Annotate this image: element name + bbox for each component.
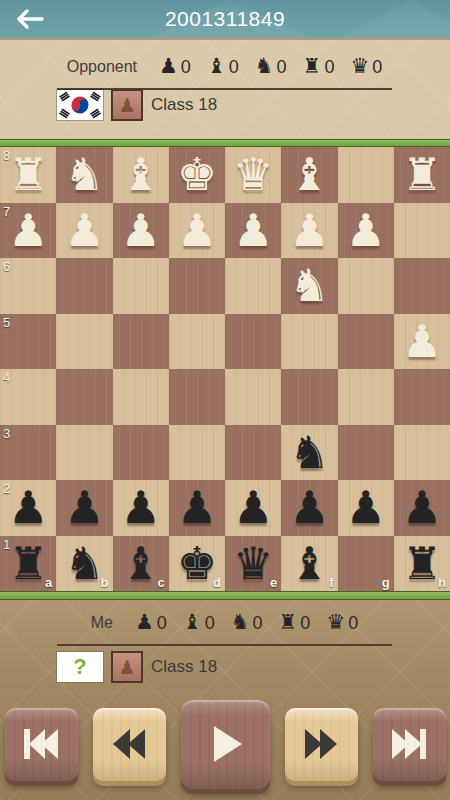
square-f7[interactable]: ♟ <box>281 203 337 259</box>
piece-white-king: ♚ <box>169 147 225 203</box>
rook-icon: ♜ <box>303 56 322 77</box>
chess-board: 8♜♞♝♚♛♝♜7♟♟♟♟♟♟♟6♞5♟43♞2♟♟♟♟♟♟♟♟1a♜b♞c♝d… <box>0 147 450 591</box>
square-h1[interactable]: h♜ <box>394 536 450 592</box>
me-captured-row: Me ♟0♝0♞0♜0♛0 <box>57 602 392 646</box>
square-h3[interactable] <box>394 425 450 481</box>
captured-knight: ♞0 <box>255 56 287 78</box>
captured-count: 0 <box>181 57 191 78</box>
skip-to-end-button[interactable] <box>373 708 446 781</box>
piece-white-bishop: ♝ <box>113 147 169 203</box>
captured-count: 0 <box>372 57 382 78</box>
square-c1[interactable]: c♝ <box>113 536 169 592</box>
captured-count: 0 <box>300 613 310 634</box>
captured-pawn: ♟0 <box>135 612 167 634</box>
square-d7[interactable]: ♟ <box>169 203 225 259</box>
square-b5[interactable] <box>56 314 112 370</box>
piece-white-rook: ♜ <box>0 147 56 203</box>
bishop-icon: ♝ <box>183 612 202 633</box>
square-d4[interactable] <box>169 369 225 425</box>
bishop-icon: ♝ <box>207 56 226 77</box>
piece-white-pawn: ♟ <box>225 203 281 259</box>
skip-to-start-icon <box>20 724 62 764</box>
piece-black-pawn: ♟ <box>281 480 337 536</box>
queen-icon: ♛ <box>350 56 369 77</box>
captured-count: 0 <box>229 57 239 78</box>
square-f2[interactable]: ♟ <box>281 480 337 536</box>
square-g2[interactable]: ♟ <box>338 480 394 536</box>
square-e5[interactable] <box>225 314 281 370</box>
square-c8[interactable]: ♝ <box>113 147 169 203</box>
square-g6[interactable] <box>338 258 394 314</box>
captured-queen: ♛0 <box>350 56 382 78</box>
top-bar: 2001311849 <box>0 0 450 40</box>
square-c6[interactable] <box>113 258 169 314</box>
me-class: Class 18 <box>151 657 217 677</box>
me-captured-list: ♟0♝0♞0♜0♛0 <box>135 612 358 634</box>
square-h4[interactable] <box>394 369 450 425</box>
captured-count: 0 <box>277 57 287 78</box>
square-e7[interactable]: ♟ <box>225 203 281 259</box>
square-f8[interactable]: ♝ <box>281 147 337 203</box>
opponent-label: Opponent <box>67 58 137 76</box>
square-b2[interactable]: ♟ <box>56 480 112 536</box>
file-label: g <box>382 575 390 590</box>
square-c2[interactable]: ♟ <box>113 480 169 536</box>
square-b7[interactable]: ♟ <box>56 203 112 259</box>
square-b1[interactable]: b♞ <box>56 536 112 592</box>
square-e8[interactable]: ♛ <box>225 147 281 203</box>
square-b6[interactable] <box>56 258 112 314</box>
game-id-title: 2001311849 <box>0 0 450 38</box>
square-d8[interactable]: ♚ <box>169 147 225 203</box>
captured-count: 0 <box>157 613 167 634</box>
queen-icon: ♛ <box>326 612 345 633</box>
square-a5[interactable]: 5 <box>0 314 56 370</box>
piece-white-pawn: ♟ <box>338 203 394 259</box>
opponent-info-row: ♟ Class 18 <box>57 86 217 124</box>
captured-count: 0 <box>205 613 215 634</box>
piece-black-pawn: ♟ <box>225 480 281 536</box>
opponent-captured-row: Opponent ♟0♝0♞0♜0♛0 <box>57 46 392 90</box>
square-a2[interactable]: 2♟ <box>0 480 56 536</box>
piece-black-pawn: ♟ <box>394 480 450 536</box>
piece-black-pawn: ♟ <box>169 480 225 536</box>
play-icon <box>201 720 249 768</box>
skip-to-start-button[interactable] <box>5 708 78 781</box>
square-d6[interactable] <box>169 258 225 314</box>
app-background: 2001311849 Opponent ♟0♝0♞0♜0♛0 ♟ Cl <box>0 0 450 800</box>
piece-black-pawn: ♟ <box>56 480 112 536</box>
knight-icon: ♞ <box>255 56 274 77</box>
captured-count: 0 <box>253 613 263 634</box>
square-e4[interactable] <box>225 369 281 425</box>
captured-pawn: ♟0 <box>159 56 191 78</box>
piece-white-knight: ♞ <box>281 258 337 314</box>
captured-count: 0 <box>348 613 358 634</box>
piece-white-pawn: ♟ <box>394 314 450 370</box>
square-a4[interactable]: 4 <box>0 369 56 425</box>
square-b8[interactable]: ♞ <box>56 147 112 203</box>
skip-to-end-icon <box>388 724 430 764</box>
me-label: Me <box>91 614 113 632</box>
piece-white-pawn: ♟ <box>281 203 337 259</box>
square-f4[interactable] <box>281 369 337 425</box>
piece-black-bishop: ♝ <box>281 536 337 592</box>
piece-white-pawn: ♟ <box>0 203 56 259</box>
square-d2[interactable]: ♟ <box>169 480 225 536</box>
piece-white-knight: ♞ <box>56 147 112 203</box>
square-a8[interactable]: 8♜ <box>0 147 56 203</box>
piece-white-pawn: ♟ <box>169 203 225 259</box>
playback-controls <box>0 694 450 794</box>
square-c4[interactable] <box>113 369 169 425</box>
piece-black-rook: ♜ <box>394 536 450 592</box>
me-info-row: ? ♟ Class 18 <box>57 648 217 686</box>
square-g1[interactable]: g <box>338 536 394 592</box>
square-e3[interactable] <box>225 425 281 481</box>
piece-white-bishop: ♝ <box>281 147 337 203</box>
piece-black-pawn: ♟ <box>338 480 394 536</box>
square-f6[interactable]: ♞ <box>281 258 337 314</box>
captured-bishop: ♝0 <box>183 612 215 634</box>
rank-label: 5 <box>3 315 10 330</box>
opponent-captured-list: ♟0♝0♞0♜0♛0 <box>159 56 382 78</box>
board-frame-top <box>0 139 450 147</box>
square-g4[interactable] <box>338 369 394 425</box>
square-f1[interactable]: f♝ <box>281 536 337 592</box>
fast-forward-button[interactable] <box>285 708 358 781</box>
piece-white-rook: ♜ <box>394 147 450 203</box>
captured-knight: ♞0 <box>231 612 263 634</box>
square-e2[interactable]: ♟ <box>225 480 281 536</box>
captured-rook: ♜0 <box>279 612 311 634</box>
piece-black-queen: ♛ <box>225 536 281 592</box>
unknown-flag: ? <box>57 652 103 682</box>
square-h2[interactable]: ♟ <box>394 480 450 536</box>
square-f3[interactable]: ♞ <box>281 425 337 481</box>
square-c3[interactable] <box>113 425 169 481</box>
square-g3[interactable] <box>338 425 394 481</box>
piece-black-knight: ♞ <box>56 536 112 592</box>
square-c5[interactable] <box>113 314 169 370</box>
opponent-avatar[interactable]: ♟ <box>111 89 143 121</box>
square-a3[interactable]: 3 <box>0 425 56 481</box>
piece-black-rook: ♜ <box>0 536 56 592</box>
piece-black-king: ♚ <box>169 536 225 592</box>
captured-bishop: ♝0 <box>207 56 239 78</box>
pawn-avatar-icon: ♟ <box>118 96 135 115</box>
square-h7[interactable] <box>394 203 450 259</box>
rank-label: 3 <box>3 426 10 441</box>
square-h6[interactable] <box>394 258 450 314</box>
pawn-icon: ♟ <box>159 56 178 77</box>
rook-icon: ♜ <box>279 612 298 633</box>
piece-black-pawn: ♟ <box>0 480 56 536</box>
pawn-icon: ♟ <box>135 612 154 633</box>
captured-queen: ♛0 <box>326 612 358 634</box>
square-f5[interactable] <box>281 314 337 370</box>
square-d1[interactable]: d♚ <box>169 536 225 592</box>
captured-count: 0 <box>324 57 334 78</box>
opponent-class: Class 18 <box>151 95 217 115</box>
play-button[interactable] <box>181 700 270 789</box>
piece-white-queen: ♛ <box>225 147 281 203</box>
piece-black-knight: ♞ <box>281 425 337 481</box>
knight-icon: ♞ <box>231 612 250 633</box>
piece-black-pawn: ♟ <box>113 480 169 536</box>
square-a6[interactable]: 6 <box>0 258 56 314</box>
square-b4[interactable] <box>56 369 112 425</box>
rank-label: 6 <box>3 259 10 274</box>
pawn-avatar-icon: ♟ <box>118 658 135 677</box>
square-g8[interactable] <box>338 147 394 203</box>
question-mark-icon: ? <box>73 654 86 680</box>
back-button[interactable] <box>10 3 50 35</box>
square-c7[interactable]: ♟ <box>113 203 169 259</box>
board-frame-bottom <box>0 591 450 600</box>
captured-rook: ♜0 <box>303 56 335 78</box>
square-a7[interactable]: 7♟ <box>0 203 56 259</box>
rewind-button[interactable] <box>93 708 166 781</box>
square-e1[interactable]: e♛ <box>225 536 281 592</box>
square-g7[interactable]: ♟ <box>338 203 394 259</box>
square-h5[interactable]: ♟ <box>394 314 450 370</box>
square-d3[interactable] <box>169 425 225 481</box>
rewind-icon <box>109 724 149 764</box>
square-g5[interactable] <box>338 314 394 370</box>
rank-label: 4 <box>3 370 10 385</box>
piece-black-bishop: ♝ <box>113 536 169 592</box>
piece-white-pawn: ♟ <box>56 203 112 259</box>
south-korea-flag <box>57 90 103 120</box>
square-a1[interactable]: 1a♜ <box>0 536 56 592</box>
square-b3[interactable] <box>56 425 112 481</box>
square-e6[interactable] <box>225 258 281 314</box>
me-avatar[interactable]: ♟ <box>111 651 143 683</box>
chess-board-area: 8♜♞♝♚♛♝♜7♟♟♟♟♟♟♟6♞5♟43♞2♟♟♟♟♟♟♟♟1a♜b♞c♝d… <box>0 139 450 600</box>
fast-forward-icon <box>301 724 341 764</box>
square-d5[interactable] <box>169 314 225 370</box>
piece-white-pawn: ♟ <box>113 203 169 259</box>
arrow-left-icon <box>15 8 45 30</box>
square-h8[interactable]: ♜ <box>394 147 450 203</box>
